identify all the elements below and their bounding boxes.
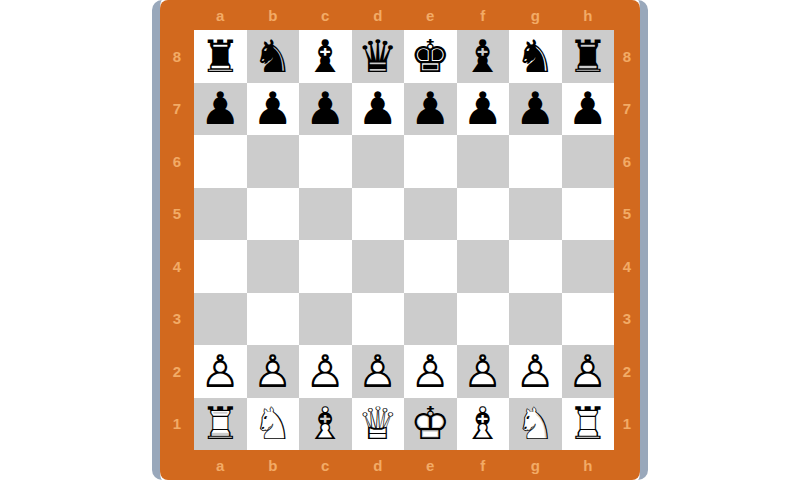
square-b6[interactable]: [247, 135, 300, 188]
square-c6[interactable]: [299, 135, 352, 188]
square-c1[interactable]: ♝♗: [299, 398, 352, 451]
square-d5[interactable]: [352, 188, 405, 241]
file-label-h-bottom: h: [562, 450, 615, 480]
piece-white-queen[interactable]: ♛♕: [352, 398, 405, 451]
file-label-b-bottom: b: [247, 450, 300, 480]
square-f3[interactable]: [457, 293, 510, 346]
piece-black-pawn[interactable]: ♟: [194, 83, 247, 136]
square-g1[interactable]: ♞♘: [509, 398, 562, 451]
piece-glyph: ♟: [253, 86, 293, 131]
rank-label-8-left: 8: [160, 30, 194, 83]
square-g3[interactable]: [509, 293, 562, 346]
square-a8[interactable]: ♜: [194, 30, 247, 83]
square-e1[interactable]: ♚♔: [404, 398, 457, 451]
file-label-d-bottom: d: [352, 450, 405, 480]
rank-label-1-right: 1: [614, 398, 640, 451]
piece-glyph: ♝: [463, 34, 503, 79]
piece-black-pawn[interactable]: ♟: [247, 83, 300, 136]
file-label-g-top: g: [509, 0, 562, 30]
piece-white-knight[interactable]: ♞♘: [509, 398, 562, 451]
piece-black-pawn[interactable]: ♟: [509, 83, 562, 136]
square-d3[interactable]: [352, 293, 405, 346]
square-e5[interactable]: [404, 188, 457, 241]
rank-label-8-right: 8: [614, 30, 640, 83]
square-d6[interactable]: [352, 135, 405, 188]
piece-glyph: ♚: [410, 34, 450, 79]
piece-glyph: ♟: [305, 86, 345, 131]
piece-black-bishop[interactable]: ♝: [457, 30, 510, 83]
square-c8[interactable]: ♝: [299, 30, 352, 83]
square-b8[interactable]: ♞: [247, 30, 300, 83]
rank-label-4-right: 4: [614, 240, 640, 293]
piece-glyph: ♞: [515, 34, 555, 79]
piece-outline-layer: ♙: [568, 349, 608, 394]
square-a2[interactable]: ♟♙: [194, 345, 247, 398]
piece-outline-layer: ♙: [200, 349, 240, 394]
square-f2[interactable]: ♟♙: [457, 345, 510, 398]
file-label-h-top: h: [562, 0, 615, 30]
piece-outline-layer: ♙: [515, 349, 555, 394]
rank-label-7-left: 7: [160, 83, 194, 136]
piece-outline-layer: ♙: [410, 349, 450, 394]
file-label-c-bottom: c: [299, 450, 352, 480]
square-h7[interactable]: ♟: [562, 83, 615, 136]
piece-white-king[interactable]: ♚♔: [404, 398, 457, 451]
piece-white-pawn[interactable]: ♟♙: [299, 345, 352, 398]
square-f7[interactable]: ♟: [457, 83, 510, 136]
piece-outline-layer: ♘: [253, 401, 293, 446]
rank-label-5-left: 5: [160, 188, 194, 241]
square-c5[interactable]: [299, 188, 352, 241]
piece-white-pawn[interactable]: ♟♙: [457, 345, 510, 398]
file-label-a-top: a: [194, 0, 247, 30]
square-g4[interactable]: [509, 240, 562, 293]
file-label-e-top: e: [404, 0, 457, 30]
piece-white-pawn[interactable]: ♟♙: [247, 345, 300, 398]
square-g7[interactable]: ♟: [509, 83, 562, 136]
square-g2[interactable]: ♟♙: [509, 345, 562, 398]
square-f1[interactable]: ♝♗: [457, 398, 510, 451]
file-label-g-bottom: g: [509, 450, 562, 480]
piece-white-pawn[interactable]: ♟♙: [352, 345, 405, 398]
square-e4[interactable]: [404, 240, 457, 293]
file-label-e-bottom: e: [404, 450, 457, 480]
piece-black-pawn[interactable]: ♟: [562, 83, 615, 136]
square-a6[interactable]: [194, 135, 247, 188]
rank-label-3-right: 3: [614, 293, 640, 346]
square-f5[interactable]: [457, 188, 510, 241]
square-d2[interactable]: ♟♙: [352, 345, 405, 398]
square-h4[interactable]: [562, 240, 615, 293]
frame-corner-bottom-right: [614, 450, 640, 480]
file-label-d-top: d: [352, 0, 405, 30]
square-h8[interactable]: ♜: [562, 30, 615, 83]
piece-black-knight[interactable]: ♞: [509, 30, 562, 83]
piece-black-king[interactable]: ♚: [404, 30, 457, 83]
piece-white-pawn[interactable]: ♟♙: [562, 345, 615, 398]
piece-outline-layer: ♗: [305, 401, 345, 446]
square-f8[interactable]: ♝: [457, 30, 510, 83]
piece-outline-layer: ♙: [358, 349, 398, 394]
piece-glyph: ♟: [200, 86, 240, 131]
piece-glyph: ♟: [515, 86, 555, 131]
rank-label-1-left: 1: [160, 398, 194, 451]
piece-white-pawn[interactable]: ♟♙: [194, 345, 247, 398]
piece-glyph: ♟: [410, 86, 450, 131]
piece-white-pawn[interactable]: ♟♙: [509, 345, 562, 398]
board-panel: abcdefgh8♜♞♝♛♚♝♞♜87♟♟♟♟♟♟♟♟7665544332♟♙♟…: [152, 0, 648, 480]
piece-glyph: ♛: [358, 34, 398, 79]
square-c2[interactable]: ♟♙: [299, 345, 352, 398]
square-a5[interactable]: [194, 188, 247, 241]
frame-corner-top-left: [160, 0, 194, 30]
square-d7[interactable]: ♟: [352, 83, 405, 136]
piece-white-knight[interactable]: ♞♘: [247, 398, 300, 451]
square-c7[interactable]: ♟: [299, 83, 352, 136]
piece-black-rook[interactable]: ♜: [562, 30, 615, 83]
square-c4[interactable]: [299, 240, 352, 293]
rank-label-6-left: 6: [160, 135, 194, 188]
square-a3[interactable]: [194, 293, 247, 346]
square-a7[interactable]: ♟: [194, 83, 247, 136]
piece-outline-layer: ♕: [358, 401, 398, 446]
square-g6[interactable]: [509, 135, 562, 188]
piece-glyph: ♟: [463, 86, 503, 131]
piece-glyph: ♜: [568, 34, 608, 79]
piece-black-pawn[interactable]: ♟: [352, 83, 405, 136]
rank-label-7-right: 7: [614, 83, 640, 136]
square-e3[interactable]: [404, 293, 457, 346]
piece-outline-layer: ♔: [410, 401, 450, 446]
piece-black-pawn[interactable]: ♟: [404, 83, 457, 136]
square-b5[interactable]: [247, 188, 300, 241]
square-f4[interactable]: [457, 240, 510, 293]
piece-white-bishop[interactable]: ♝♗: [299, 398, 352, 451]
piece-outline-layer: ♗: [463, 401, 503, 446]
rank-label-6-right: 6: [614, 135, 640, 188]
square-e2[interactable]: ♟♙: [404, 345, 457, 398]
square-b2[interactable]: ♟♙: [247, 345, 300, 398]
piece-white-rook[interactable]: ♜♖: [194, 398, 247, 451]
rank-label-4-left: 4: [160, 240, 194, 293]
square-b7[interactable]: ♟: [247, 83, 300, 136]
square-h6[interactable]: [562, 135, 615, 188]
rank-label-5-right: 5: [614, 188, 640, 241]
square-g5[interactable]: [509, 188, 562, 241]
square-d8[interactable]: ♛: [352, 30, 405, 83]
piece-outline-layer: ♙: [253, 349, 293, 394]
square-b4[interactable]: [247, 240, 300, 293]
piece-glyph: ♟: [568, 86, 608, 131]
square-e6[interactable]: [404, 135, 457, 188]
frame-corner-bottom-left: [160, 450, 194, 480]
piece-black-rook[interactable]: ♜: [194, 30, 247, 83]
piece-black-pawn[interactable]: ♟: [457, 83, 510, 136]
file-label-b-top: b: [247, 0, 300, 30]
square-b1[interactable]: ♞♘: [247, 398, 300, 451]
piece-white-bishop[interactable]: ♝♗: [457, 398, 510, 451]
piece-outline-layer: ♘: [515, 401, 555, 446]
square-b3[interactable]: [247, 293, 300, 346]
file-label-a-bottom: a: [194, 450, 247, 480]
square-e7[interactable]: ♟: [404, 83, 457, 136]
square-e8[interactable]: ♚: [404, 30, 457, 83]
square-d4[interactable]: [352, 240, 405, 293]
piece-white-rook[interactable]: ♜♖: [562, 398, 615, 451]
file-label-c-top: c: [299, 0, 352, 30]
square-a4[interactable]: [194, 240, 247, 293]
piece-outline-layer: ♙: [463, 349, 503, 394]
piece-glyph: ♝: [305, 34, 345, 79]
square-g8[interactable]: ♞: [509, 30, 562, 83]
rank-label-2-left: 2: [160, 345, 194, 398]
square-h3[interactable]: [562, 293, 615, 346]
piece-outline-layer: ♙: [305, 349, 345, 394]
piece-glyph: ♞: [253, 34, 293, 79]
file-label-f-bottom: f: [457, 450, 510, 480]
piece-black-knight[interactable]: ♞: [247, 30, 300, 83]
piece-outline-layer: ♖: [568, 401, 608, 446]
square-c3[interactable]: [299, 293, 352, 346]
chess-board: abcdefgh8♜♞♝♛♚♝♞♜87♟♟♟♟♟♟♟♟7665544332♟♙♟…: [160, 0, 640, 480]
frame-corner-top-right: [614, 0, 640, 30]
piece-black-pawn[interactable]: ♟: [299, 83, 352, 136]
file-label-f-top: f: [457, 0, 510, 30]
piece-black-bishop[interactable]: ♝: [299, 30, 352, 83]
piece-glyph: ♟: [358, 86, 398, 131]
square-a1[interactable]: ♜♖: [194, 398, 247, 451]
piece-white-pawn[interactable]: ♟♙: [404, 345, 457, 398]
square-h1[interactable]: ♜♖: [562, 398, 615, 451]
rank-label-3-left: 3: [160, 293, 194, 346]
square-h5[interactable]: [562, 188, 615, 241]
piece-black-queen[interactable]: ♛: [352, 30, 405, 83]
piece-glyph: ♜: [200, 34, 240, 79]
rank-label-2-right: 2: [614, 345, 640, 398]
square-d1[interactable]: ♛♕: [352, 398, 405, 451]
piece-outline-layer: ♖: [200, 401, 240, 446]
square-f6[interactable]: [457, 135, 510, 188]
square-h2[interactable]: ♟♙: [562, 345, 615, 398]
